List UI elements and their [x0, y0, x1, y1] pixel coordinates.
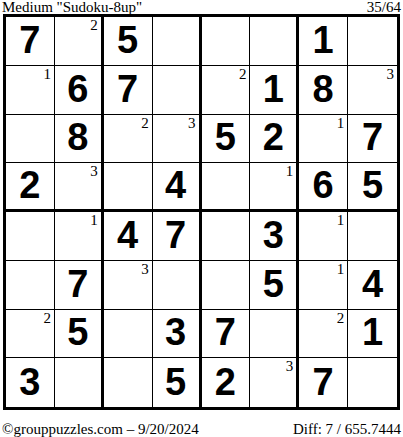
cell-r7c8[interactable]: 1 — [348, 310, 397, 359]
pencil-mark: 2 — [141, 115, 149, 132]
cell-r6c7[interactable]: 1 — [299, 261, 348, 310]
cell-r1c6[interactable] — [250, 17, 299, 66]
cell-r4c5[interactable] — [202, 163, 251, 212]
given-digit: 7 — [19, 21, 40, 59]
cell-r8c8[interactable] — [348, 358, 397, 407]
cell-r6c3[interactable]: 3 — [104, 261, 153, 310]
cell-r1c3[interactable]: 5 — [104, 17, 153, 66]
cell-r8c1[interactable]: 3 — [6, 358, 55, 407]
cell-r8c7[interactable]: 7 — [299, 358, 348, 407]
cell-r1c4[interactable] — [153, 17, 202, 66]
cell-r7c6[interactable] — [250, 310, 299, 359]
cell-r3c4[interactable]: 3 — [153, 115, 202, 164]
cell-r2c1[interactable]: 1 — [6, 66, 55, 115]
cell-r2c3[interactable]: 7 — [104, 66, 153, 115]
cell-r4c2[interactable]: 3 — [55, 163, 104, 212]
cell-r8c3[interactable] — [104, 358, 153, 407]
given-digit: 2 — [19, 166, 40, 204]
cell-r4c3[interactable] — [104, 163, 153, 212]
cell-r8c5[interactable]: 2 — [202, 358, 251, 407]
cell-r2c4[interactable] — [153, 66, 202, 115]
cell-r7c3[interactable] — [104, 310, 153, 359]
given-digit: 5 — [263, 265, 284, 303]
given-digit: 8 — [313, 70, 334, 108]
given-digit: 3 — [19, 363, 40, 401]
cell-r5c1[interactable] — [6, 212, 55, 261]
cell-r4c7[interactable]: 6 — [299, 163, 348, 212]
cell-r7c4[interactable]: 3 — [153, 310, 202, 359]
given-digit: 7 — [362, 118, 383, 156]
cell-r5c7[interactable]: 1 — [299, 212, 348, 261]
cell-r3c5[interactable]: 5 — [202, 115, 251, 164]
cell-r2c8[interactable]: 3 — [348, 66, 397, 115]
cell-r6c2[interactable]: 7 — [55, 261, 104, 310]
given-digit: 6 — [313, 166, 334, 204]
cell-r4c4[interactable]: 4 — [153, 163, 202, 212]
cell-r5c2[interactable]: 1 — [55, 212, 104, 261]
cell-r4c6[interactable]: 1 — [250, 163, 299, 212]
cell-r8c6[interactable]: 3 — [250, 358, 299, 407]
given-digit: 1 — [362, 313, 383, 351]
pencil-mark: 1 — [286, 163, 294, 180]
pencil-mark: 3 — [188, 115, 196, 132]
cell-r2c2[interactable]: 6 — [55, 66, 104, 115]
cell-r2c6[interactable]: 1 — [250, 66, 299, 115]
given-digit: 1 — [263, 70, 284, 108]
given-digit: 7 — [117, 70, 138, 108]
given-digit: 5 — [117, 21, 138, 59]
cell-r1c2[interactable]: 2 — [55, 17, 104, 66]
given-digit: 4 — [117, 216, 138, 254]
given-digit: 6 — [67, 70, 88, 108]
cell-r7c5[interactable]: 7 — [202, 310, 251, 359]
cell-r5c4[interactable]: 7 — [153, 212, 202, 261]
cell-r2c5[interactable]: 2 — [202, 66, 251, 115]
given-digit: 2 — [215, 363, 236, 401]
given-digit: 2 — [263, 118, 284, 156]
pencil-mark: 1 — [337, 261, 345, 278]
puzzle-page: Medium "Sudoku-8up" 35/64 72511672183823… — [0, 0, 403, 437]
given-digit: 7 — [215, 313, 236, 351]
cell-r6c4[interactable] — [153, 261, 202, 310]
cell-r4c8[interactable]: 5 — [348, 163, 397, 212]
given-digit: 7 — [165, 216, 186, 254]
cell-r1c8[interactable] — [348, 17, 397, 66]
cell-r5c5[interactable] — [202, 212, 251, 261]
given-digit: 1 — [313, 21, 334, 59]
cell-r3c1[interactable] — [6, 115, 55, 164]
cell-r8c4[interactable]: 5 — [153, 358, 202, 407]
pencil-mark: 2 — [239, 66, 247, 83]
pencil-mark: 2 — [43, 310, 51, 327]
cell-r1c7[interactable]: 1 — [299, 17, 348, 66]
copyright-text: ©grouppuzzles.com – 9/20/2024 — [2, 421, 199, 437]
cell-r7c1[interactable]: 2 — [6, 310, 55, 359]
cell-r8c2[interactable] — [55, 358, 104, 407]
pencil-mark: 3 — [387, 66, 395, 83]
given-digit: 3 — [165, 313, 186, 351]
given-digit: 5 — [362, 166, 383, 204]
cell-r5c8[interactable] — [348, 212, 397, 261]
cell-r3c6[interactable]: 2 — [250, 115, 299, 164]
pencil-mark: 3 — [141, 261, 149, 278]
sudoku-board: 7251167218382352172341651473173514253721… — [3, 14, 400, 410]
cell-r7c7[interactable]: 2 — [299, 310, 348, 359]
pencil-mark: 3 — [286, 358, 294, 375]
cell-r6c8[interactable]: 4 — [348, 261, 397, 310]
pencil-mark: 2 — [90, 17, 98, 34]
cell-r3c7[interactable]: 1 — [299, 115, 348, 164]
given-digit: 4 — [165, 166, 186, 204]
cell-r5c3[interactable]: 4 — [104, 212, 153, 261]
cell-r3c2[interactable]: 8 — [55, 115, 104, 164]
pencil-mark: 1 — [90, 212, 98, 229]
given-digit: 8 — [67, 118, 88, 156]
cell-r3c3[interactable]: 2 — [104, 115, 153, 164]
given-digit: 5 — [67, 313, 88, 351]
cell-r5c6[interactable]: 3 — [250, 212, 299, 261]
given-digit: 3 — [263, 216, 284, 254]
cell-r6c1[interactable] — [6, 261, 55, 310]
cell-r1c1[interactable]: 7 — [6, 17, 55, 66]
given-digit: 4 — [362, 265, 383, 303]
given-digit: 5 — [165, 363, 186, 401]
cell-r2c7[interactable]: 8 — [299, 66, 348, 115]
pencil-mark: 1 — [337, 212, 345, 229]
cell-r3c8[interactable]: 7 — [348, 115, 397, 164]
cell-r7c2[interactable]: 5 — [55, 310, 104, 359]
cell-r1c5[interactable] — [202, 17, 251, 66]
given-digit: 7 — [67, 265, 88, 303]
given-digit: 7 — [313, 363, 334, 401]
pencil-mark: 3 — [90, 163, 98, 180]
pencil-mark: 1 — [43, 66, 51, 83]
pencil-mark: 1 — [337, 115, 345, 132]
cell-r6c6[interactable]: 5 — [250, 261, 299, 310]
difficulty-text: Diff: 7 / 655.7444 — [293, 421, 401, 437]
cell-r4c1[interactable]: 2 — [6, 163, 55, 212]
given-digit: 5 — [215, 118, 236, 156]
cell-r6c5[interactable] — [202, 261, 251, 310]
pencil-mark: 2 — [337, 310, 345, 327]
